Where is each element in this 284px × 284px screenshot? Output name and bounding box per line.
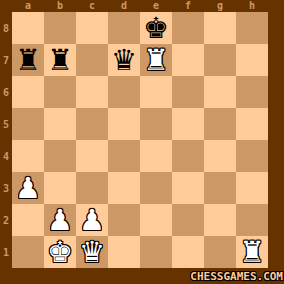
white-pawn-a3: ♟ xyxy=(15,172,41,204)
square-e4 xyxy=(140,140,172,172)
rank-label-2: 2 xyxy=(0,204,12,236)
rank-label-1: 1 xyxy=(0,236,12,268)
square-g6 xyxy=(204,76,236,108)
file-label-b: b xyxy=(44,0,76,12)
black-rook-b7: ♜ xyxy=(47,44,73,76)
rank-label-6: 6 xyxy=(0,76,12,108)
square-d7: ♛ xyxy=(108,44,140,76)
square-h7 xyxy=(236,44,268,76)
square-c7 xyxy=(76,44,108,76)
square-g3 xyxy=(204,172,236,204)
square-b8 xyxy=(44,12,76,44)
square-g1 xyxy=(204,236,236,268)
square-b5 xyxy=(44,108,76,140)
square-a2 xyxy=(12,204,44,236)
square-c6 xyxy=(76,76,108,108)
square-b1: ♚ xyxy=(44,236,76,268)
file-label-f: f xyxy=(172,0,204,12)
square-a3: ♟ xyxy=(12,172,44,204)
rank-label-8: 8 xyxy=(0,12,12,44)
square-f1 xyxy=(172,236,204,268)
square-c1: ♛ xyxy=(76,236,108,268)
chess-board: ♚♜♜♛♜♟♟♟♚♛♜ xyxy=(12,12,268,268)
rank-label-4: 4 xyxy=(0,140,12,172)
square-c4 xyxy=(76,140,108,172)
square-a4 xyxy=(12,140,44,172)
square-h4 xyxy=(236,140,268,172)
chess-diagram: abcdefgh 87654321 ♚♜♜♛♜♟♟♟♚♛♜ CHESSGAMES… xyxy=(0,0,284,284)
white-queen-c1: ♛ xyxy=(79,236,105,268)
square-f2 xyxy=(172,204,204,236)
rank-label-5: 5 xyxy=(0,108,12,140)
square-d1 xyxy=(108,236,140,268)
square-b7: ♜ xyxy=(44,44,76,76)
square-e3 xyxy=(140,172,172,204)
file-label-c: c xyxy=(76,0,108,12)
black-queen-d7: ♛ xyxy=(111,44,137,76)
square-f7 xyxy=(172,44,204,76)
square-f4 xyxy=(172,140,204,172)
square-c5 xyxy=(76,108,108,140)
rank-label-3: 3 xyxy=(0,172,12,204)
square-h3 xyxy=(236,172,268,204)
square-d5 xyxy=(108,108,140,140)
white-pawn-c2: ♟ xyxy=(79,204,105,236)
square-g2 xyxy=(204,204,236,236)
square-a7: ♜ xyxy=(12,44,44,76)
square-c2: ♟ xyxy=(76,204,108,236)
white-rook-h1: ♜ xyxy=(239,236,265,268)
white-rook-e7: ♜ xyxy=(143,44,169,76)
square-f5 xyxy=(172,108,204,140)
square-a8 xyxy=(12,12,44,44)
square-g7 xyxy=(204,44,236,76)
square-e1 xyxy=(140,236,172,268)
white-pawn-b2: ♟ xyxy=(47,204,73,236)
square-d6 xyxy=(108,76,140,108)
rank-label-7: 7 xyxy=(0,44,12,76)
square-b2: ♟ xyxy=(44,204,76,236)
square-c3 xyxy=(76,172,108,204)
square-c8 xyxy=(76,12,108,44)
square-e8: ♚ xyxy=(140,12,172,44)
rank-labels: 87654321 xyxy=(0,12,12,268)
square-a6 xyxy=(12,76,44,108)
white-king-b1: ♚ xyxy=(47,236,73,268)
square-g4 xyxy=(204,140,236,172)
file-label-h: h xyxy=(236,0,268,12)
file-label-a: a xyxy=(12,0,44,12)
square-f8 xyxy=(172,12,204,44)
square-d3 xyxy=(108,172,140,204)
black-rook-a7: ♜ xyxy=(15,44,41,76)
square-h6 xyxy=(236,76,268,108)
square-g8 xyxy=(204,12,236,44)
square-b6 xyxy=(44,76,76,108)
square-b3 xyxy=(44,172,76,204)
square-d8 xyxy=(108,12,140,44)
file-label-g: g xyxy=(204,0,236,12)
black-king-e8: ♚ xyxy=(143,12,169,44)
square-f3 xyxy=(172,172,204,204)
square-e2 xyxy=(140,204,172,236)
square-g5 xyxy=(204,108,236,140)
file-label-d: d xyxy=(108,0,140,12)
file-labels: abcdefgh xyxy=(12,0,268,12)
square-h1: ♜ xyxy=(236,236,268,268)
square-e7: ♜ xyxy=(140,44,172,76)
square-a1 xyxy=(12,236,44,268)
square-e6 xyxy=(140,76,172,108)
square-h5 xyxy=(236,108,268,140)
site-footer: CHESSGAMES.COM xyxy=(190,270,283,283)
square-h2 xyxy=(236,204,268,236)
square-f6 xyxy=(172,76,204,108)
square-b4 xyxy=(44,140,76,172)
square-h8 xyxy=(236,12,268,44)
square-a5 xyxy=(12,108,44,140)
square-d2 xyxy=(108,204,140,236)
square-d4 xyxy=(108,140,140,172)
square-e5 xyxy=(140,108,172,140)
